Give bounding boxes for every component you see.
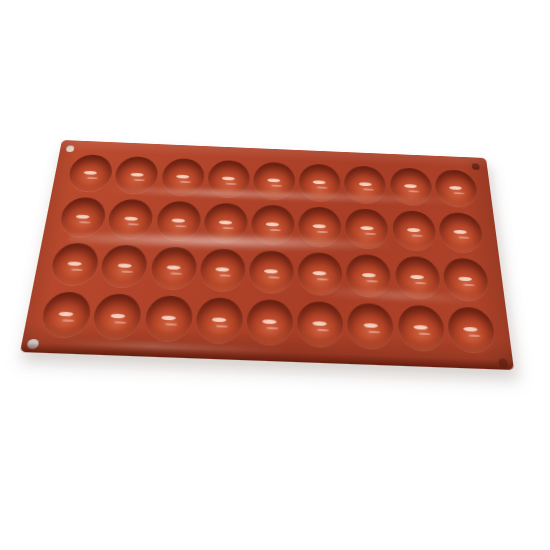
cavity-grid [20, 140, 514, 370]
mold-cavity [434, 169, 479, 207]
mold-cavity [160, 157, 205, 195]
mold-cavity [442, 257, 490, 300]
mold-cavity [91, 293, 143, 339]
mold-cavity [394, 255, 441, 298]
mold-cavity [299, 163, 341, 201]
mold-cavity [246, 298, 293, 344]
photo-background [0, 0, 550, 550]
mold-cavity [143, 295, 194, 341]
mold-cavity [155, 200, 202, 241]
mold-cavity [113, 155, 160, 193]
mold-cavity [389, 167, 433, 205]
hanging-hole-top-right [471, 163, 480, 170]
mold-cavity [397, 304, 446, 350]
mold-cavity [206, 159, 250, 197]
mold-cavity [194, 296, 243, 342]
silicone-mold [20, 140, 514, 370]
mold-cavity [253, 161, 296, 199]
mold-cavity [248, 249, 294, 292]
mold-cavity [39, 291, 93, 337]
mold-cavity [149, 246, 198, 289]
mold-cavity [106, 198, 154, 239]
mold-cavity [346, 253, 392, 296]
mold-cavity [49, 242, 101, 285]
mold-cavity [203, 202, 249, 243]
mold-cavity [297, 300, 343, 346]
mold-cavity [298, 206, 341, 247]
mold-cavity [251, 204, 295, 245]
mold-cavity [438, 211, 485, 252]
mold-cavity [199, 248, 246, 291]
mold-cavity [67, 154, 115, 192]
mold-cavity [99, 244, 149, 287]
mold-cavity [446, 306, 496, 352]
mold-cavity [347, 302, 394, 348]
mold-cavity [344, 165, 387, 203]
mold-cavity [298, 251, 343, 294]
mold-cavity [391, 210, 436, 251]
mold-cavity [345, 208, 389, 249]
mold-cavity [58, 196, 108, 237]
